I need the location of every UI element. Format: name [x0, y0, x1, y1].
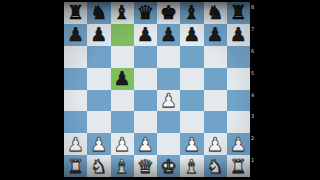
square-b4[interactable] [87, 90, 110, 112]
square-h5[interactable] [227, 68, 250, 90]
square-h4[interactable] [227, 90, 250, 112]
piece-black-pawn[interactable]: ♟ [207, 24, 224, 45]
piece-white-queen[interactable]: ♛ [137, 155, 154, 176]
piece-white-king[interactable]: ♚ [160, 155, 177, 176]
piece-white-knight[interactable]: ♞ [207, 155, 224, 176]
piece-black-king[interactable]: ♚ [160, 2, 177, 23]
square-c8[interactable]: ♝ [111, 2, 134, 24]
square-g3[interactable] [204, 111, 227, 133]
chess-board: ♜♞♝♛♚♝♞♜♟♟♟♟♟♟♟♟♟♟♟♟♟♟♟♟♜♞♝♛♚♝♞♜ [64, 2, 250, 177]
square-c4[interactable] [111, 90, 134, 112]
rank-label-7: 7 [251, 24, 259, 46]
square-f3[interactable] [180, 111, 203, 133]
square-d8[interactable]: ♛ [134, 2, 157, 24]
square-g8[interactable]: ♞ [204, 2, 227, 24]
square-e7[interactable]: ♟ [157, 24, 180, 46]
rank-labels: 87654321 [251, 2, 259, 177]
piece-white-rook[interactable]: ♜ [230, 155, 247, 176]
square-g2[interactable]: ♟ [204, 133, 227, 155]
square-b5[interactable] [87, 68, 110, 90]
square-e8[interactable]: ♚ [157, 2, 180, 24]
square-f5[interactable] [180, 68, 203, 90]
square-h8[interactable]: ♜ [227, 2, 250, 24]
square-c6[interactable] [111, 46, 134, 68]
square-h1[interactable]: ♜ [227, 155, 250, 177]
piece-white-pawn[interactable]: ♟ [183, 133, 200, 154]
square-h2[interactable]: ♟ [227, 133, 250, 155]
rank-label-1: 1 [251, 155, 259, 177]
square-d7[interactable]: ♟ [134, 24, 157, 46]
piece-black-pawn[interactable]: ♟ [137, 24, 154, 45]
square-a5[interactable] [64, 68, 87, 90]
rank-label-3: 3 [251, 111, 259, 133]
piece-black-queen[interactable]: ♛ [137, 2, 154, 23]
piece-black-rook[interactable]: ♜ [67, 2, 84, 23]
square-d1[interactable]: ♛ [134, 155, 157, 177]
piece-black-rook[interactable]: ♜ [230, 2, 247, 23]
square-a2[interactable]: ♟ [64, 133, 87, 155]
square-d4[interactable] [134, 90, 157, 112]
piece-black-pawn[interactable]: ♟ [183, 24, 200, 45]
square-a4[interactable] [64, 90, 87, 112]
square-h7[interactable]: ♟ [227, 24, 250, 46]
square-a7[interactable]: ♟ [64, 24, 87, 46]
square-d6[interactable] [134, 46, 157, 68]
piece-white-pawn[interactable]: ♟ [207, 133, 224, 154]
square-a6[interactable] [64, 46, 87, 68]
square-h6[interactable] [227, 46, 250, 68]
square-d5[interactable] [134, 68, 157, 90]
piece-black-pawn[interactable]: ♟ [114, 68, 131, 89]
square-e6[interactable] [157, 46, 180, 68]
square-b1[interactable]: ♞ [87, 155, 110, 177]
piece-black-bishop[interactable]: ♝ [183, 2, 200, 23]
square-c5[interactable]: ♟ [111, 68, 134, 90]
square-b7[interactable]: ♟ [87, 24, 110, 46]
rank-label-6: 6 [251, 46, 259, 68]
rank-label-4: 4 [251, 90, 259, 112]
square-e2[interactable] [157, 133, 180, 155]
square-g6[interactable] [204, 46, 227, 68]
square-a8[interactable]: ♜ [64, 2, 87, 24]
square-b6[interactable] [87, 46, 110, 68]
piece-black-pawn[interactable]: ♟ [90, 24, 107, 45]
square-b3[interactable] [87, 111, 110, 133]
piece-white-rook[interactable]: ♜ [67, 155, 84, 176]
square-a3[interactable] [64, 111, 87, 133]
square-g5[interactable] [204, 68, 227, 90]
square-e5[interactable] [157, 68, 180, 90]
piece-white-knight[interactable]: ♞ [90, 155, 107, 176]
piece-white-pawn[interactable]: ♟ [67, 133, 84, 154]
square-d2[interactable]: ♟ [134, 133, 157, 155]
square-a1[interactable]: ♜ [64, 155, 87, 177]
video-frame: ♜♞♝♛♚♝♞♜♟♟♟♟♟♟♟♟♟♟♟♟♟♟♟♟♜♞♝♛♚♝♞♜ 8765432… [0, 0, 320, 180]
square-h3[interactable] [227, 111, 250, 133]
square-f6[interactable] [180, 46, 203, 68]
square-b2[interactable]: ♟ [87, 133, 110, 155]
rank-label-5: 5 [251, 68, 259, 90]
square-d3[interactable] [134, 111, 157, 133]
piece-white-bishop[interactable]: ♝ [114, 155, 131, 176]
square-g4[interactable] [204, 90, 227, 112]
square-f2[interactable]: ♟ [180, 133, 203, 155]
rank-label-2: 2 [251, 133, 259, 155]
square-c3[interactable] [111, 111, 134, 133]
square-c2[interactable]: ♟ [111, 133, 134, 155]
piece-white-pawn[interactable]: ♟ [137, 133, 154, 154]
piece-black-pawn[interactable]: ♟ [160, 24, 177, 45]
piece-white-pawn[interactable]: ♟ [230, 133, 247, 154]
rank-label-8: 8 [251, 2, 259, 24]
piece-black-pawn[interactable]: ♟ [67, 24, 84, 45]
piece-black-pawn[interactable]: ♟ [230, 24, 247, 45]
square-f7[interactable]: ♟ [180, 24, 203, 46]
piece-white-pawn[interactable]: ♟ [90, 133, 107, 154]
piece-black-bishop[interactable]: ♝ [114, 2, 131, 23]
piece-white-bishop[interactable]: ♝ [183, 155, 200, 176]
square-g7[interactable]: ♟ [204, 24, 227, 46]
square-e3[interactable] [157, 111, 180, 133]
square-e4[interactable]: ♟ [157, 90, 180, 112]
square-e1[interactable]: ♚ [157, 155, 180, 177]
square-f1[interactable]: ♝ [180, 155, 203, 177]
piece-black-knight[interactable]: ♞ [207, 2, 224, 23]
piece-black-knight[interactable]: ♞ [90, 2, 107, 23]
square-c7[interactable] [111, 24, 134, 46]
square-f8[interactable]: ♝ [180, 2, 203, 24]
square-f4[interactable] [180, 90, 203, 112]
square-b8[interactable]: ♞ [87, 2, 110, 24]
piece-white-pawn[interactable]: ♟ [114, 133, 131, 154]
piece-white-pawn[interactable]: ♟ [160, 90, 177, 111]
square-g1[interactable]: ♞ [204, 155, 227, 177]
square-c1[interactable]: ♝ [111, 155, 134, 177]
